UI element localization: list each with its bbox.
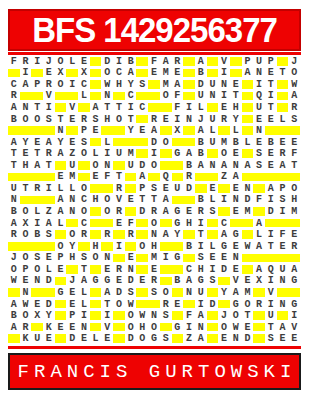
grid-cell: J	[43, 56, 55, 68]
grid-cell	[288, 218, 300, 230]
grid-cell	[253, 183, 265, 195]
grid-cell: S	[136, 79, 148, 91]
grid-cell: B	[195, 137, 207, 149]
grid-cell	[160, 322, 172, 334]
grid-cell: E	[265, 148, 277, 160]
grid-cell: V	[218, 56, 230, 68]
grid-cell: O	[160, 287, 172, 299]
grid-cell: R	[113, 264, 125, 276]
grid-cell: I	[31, 218, 43, 230]
grid-cell: E	[43, 68, 55, 80]
grid-cell: T	[230, 91, 242, 103]
grid-cell: E	[55, 264, 67, 276]
grid-cell: B	[8, 206, 20, 218]
grid-cell: H	[195, 264, 207, 276]
grid-cell: G	[55, 287, 67, 299]
grid-cell	[148, 79, 160, 91]
grid-cell: O	[113, 299, 125, 311]
grid-cell: A	[277, 322, 289, 334]
grid-cell: O	[288, 68, 300, 80]
grid-cell: E	[113, 276, 125, 288]
grid-cell	[90, 287, 102, 299]
grid-cell	[125, 137, 137, 149]
grid-cell	[31, 322, 43, 334]
grid-cell: E	[125, 195, 137, 207]
grid-cell: T	[20, 183, 32, 195]
grid-cell	[113, 333, 125, 345]
grid-cell: E	[207, 183, 219, 195]
grid-cell	[230, 218, 242, 230]
grid-cell: I	[160, 253, 172, 265]
grid-cell: G	[195, 276, 207, 288]
grid-cell: E	[66, 322, 78, 334]
grid-cell: O	[136, 241, 148, 253]
grid-cell: O	[55, 79, 67, 91]
grid-cell: O	[78, 148, 90, 160]
grid-cell: V	[43, 91, 55, 103]
grid-cell	[66, 264, 78, 276]
grid-cell: S	[43, 229, 55, 241]
grid-cell: O	[101, 206, 113, 218]
grid-cell: R	[101, 229, 113, 241]
grid-cell	[113, 137, 125, 149]
grid-cell: N	[8, 195, 20, 207]
grid-cell: T	[265, 102, 277, 114]
grid-cell: E	[230, 264, 242, 276]
grid-cell: E	[230, 241, 242, 253]
grid-cell: T	[265, 241, 277, 253]
grid-cell: N	[148, 310, 160, 322]
grid-cell	[172, 160, 184, 172]
grid-cell: L	[207, 195, 219, 207]
grid-cell	[207, 102, 219, 114]
grid-cell: C	[78, 79, 90, 91]
grid-cell	[78, 241, 90, 253]
grid-cell	[253, 287, 265, 299]
grid-cell: T	[101, 102, 113, 114]
grid-cell: I	[78, 310, 90, 322]
grid-cell: F	[183, 310, 195, 322]
book-cover: { "game": "word-search / crossword-fill …	[0, 0, 309, 400]
grid-cell	[31, 287, 43, 299]
grid-cell: E	[218, 333, 230, 345]
grid-cell	[90, 299, 102, 311]
grid-cell	[265, 172, 277, 184]
grid-bottom-rule	[8, 346, 301, 349]
grid-cell: S	[207, 276, 219, 288]
grid-cell: G	[172, 218, 184, 230]
grid-cell	[242, 229, 254, 241]
grid-cell: N	[148, 229, 160, 241]
grid-cell: N	[195, 322, 207, 334]
grid-cell: D	[183, 183, 195, 195]
grid-cell	[218, 299, 230, 311]
grid-cell: Y	[125, 125, 137, 137]
grid-cell	[160, 125, 172, 137]
grid-cell: G	[230, 229, 242, 241]
author-name: FRANCIS GURTOWSKI	[18, 361, 297, 383]
grid-cell: N	[31, 276, 43, 288]
grid-cell: A	[242, 160, 254, 172]
grid-cell: S	[195, 253, 207, 265]
grid-cell: H	[230, 102, 242, 114]
grid-cell	[183, 91, 195, 103]
grid-cell	[242, 148, 254, 160]
grid-cell: V	[66, 102, 78, 114]
grid-cell	[207, 218, 219, 230]
grid-cell: D	[101, 56, 113, 68]
grid-cell: S	[78, 137, 90, 149]
grid-cell	[253, 206, 265, 218]
grid-cell: H	[136, 322, 148, 334]
grid-cell: N	[277, 276, 289, 288]
grid-cell: L	[195, 102, 207, 114]
grid-cell: A	[183, 276, 195, 288]
grid-cell: R	[20, 322, 32, 334]
grid-cell: S	[125, 287, 137, 299]
grid-cell: B	[125, 56, 137, 68]
grid-cell: J	[195, 114, 207, 126]
grid-cell: A	[8, 137, 20, 149]
grid-cell: A	[8, 218, 20, 230]
grid-cell	[160, 160, 172, 172]
grid-cell: S	[43, 114, 55, 126]
puzzle-grid: FRIJOLEDIBFARAVPUPJIEXXOCAEMEBIANETOCAPR…	[8, 56, 300, 345]
grid-cell	[183, 125, 195, 137]
grid-cell: L	[78, 299, 90, 311]
grid-cell: Y	[55, 137, 67, 149]
grid-cell: F	[125, 218, 137, 230]
grid-cell: R	[148, 114, 160, 126]
grid-cell	[78, 172, 90, 184]
grid-cell: N	[230, 195, 242, 207]
grid-cell: T	[8, 160, 20, 172]
grid-cell: D	[136, 206, 148, 218]
grid-cell: E	[160, 183, 172, 195]
author-banner: FRANCIS GURTOWSKI	[8, 353, 301, 390]
grid-cell: E	[31, 299, 43, 311]
grid-cell	[172, 310, 184, 322]
grid-cell: A	[8, 322, 20, 334]
grid-cell: W	[20, 299, 32, 311]
grid-cell: N	[101, 91, 113, 103]
grid-cell: O	[160, 91, 172, 103]
grid-cell: L	[55, 183, 67, 195]
grid-cell: D	[265, 206, 277, 218]
grid-cell: E	[265, 114, 277, 126]
grid-cell: L	[66, 183, 78, 195]
grid-cell: I	[183, 102, 195, 114]
grid-cell	[8, 287, 20, 299]
grid-cell: A	[43, 218, 55, 230]
grid-cell: Z	[218, 172, 230, 184]
grid-cell: P	[31, 79, 43, 91]
grid-cell: R	[31, 183, 43, 195]
grid-cell	[136, 218, 148, 230]
grid-cell: B	[183, 160, 195, 172]
grid-cell: O	[8, 264, 20, 276]
grid-cell	[207, 68, 219, 80]
grid-cell: N	[66, 206, 78, 218]
grid-cell	[207, 56, 219, 68]
grid-cell: G	[288, 299, 300, 311]
grid-cell	[172, 333, 184, 345]
grid-cell	[218, 183, 230, 195]
grid-cell: O	[55, 241, 67, 253]
grid-cell	[253, 333, 265, 345]
grid-cell	[8, 241, 20, 253]
grid-cell: X	[172, 125, 184, 137]
grid-cell: L	[253, 229, 265, 241]
grid-cell: A	[172, 79, 184, 91]
grid-cell: W	[136, 310, 148, 322]
grid-cell: A	[195, 125, 207, 137]
grid-cell: D	[136, 160, 148, 172]
grid-cell	[160, 102, 172, 114]
grid-cell	[148, 102, 160, 114]
grid-cell: K	[20, 333, 32, 345]
grid-cell	[113, 125, 125, 137]
grid-cell: T	[101, 299, 113, 311]
grid-cell: N	[66, 195, 78, 207]
grid-cell	[207, 310, 219, 322]
grid-cell	[242, 264, 254, 276]
grid-cell: H	[183, 218, 195, 230]
grid-cell: R	[113, 183, 125, 195]
grid-cell: O	[78, 183, 90, 195]
grid-cell	[242, 172, 254, 184]
grid-cell	[242, 253, 254, 265]
grid-cell: T	[288, 160, 300, 172]
grid-cell	[183, 229, 195, 241]
grid-cell: L	[207, 125, 219, 137]
grid-cell: U	[207, 137, 219, 149]
grid-cell: Y	[230, 114, 242, 126]
grid-cell	[8, 125, 20, 137]
grid-cell	[20, 172, 32, 184]
grid-cell: I	[265, 195, 277, 207]
grid-cell: Z	[66, 148, 78, 160]
grid-cell	[31, 195, 43, 207]
grid-cell	[90, 91, 102, 103]
grid-cell: G	[172, 206, 184, 218]
grid-cell	[172, 137, 184, 149]
grid-cell: I	[31, 56, 43, 68]
grid-cell	[230, 68, 242, 80]
grid-cell: U	[113, 148, 125, 160]
grid-cell: E	[31, 137, 43, 149]
grid-cell: A	[136, 172, 148, 184]
grid-cell	[113, 91, 125, 103]
grid-cell: A	[90, 102, 102, 114]
grid-cell	[90, 137, 102, 149]
grid-cell: G	[172, 322, 184, 334]
grid-cell: N	[101, 253, 113, 265]
grid-cell	[172, 195, 184, 207]
grid-cell: A	[218, 160, 230, 172]
grid-cell: A	[160, 229, 172, 241]
grid-cell: N	[230, 160, 242, 172]
grid-cell: D	[113, 287, 125, 299]
grid-cell: S	[253, 160, 265, 172]
grid-cell: O	[31, 264, 43, 276]
grid-cell: F	[277, 229, 289, 241]
grid-cell	[207, 287, 219, 299]
grid-cell: N	[20, 102, 32, 114]
grid-cell	[125, 206, 137, 218]
grid-cell: I	[195, 241, 207, 253]
grid-cell: E	[265, 160, 277, 172]
grid-cell: R	[288, 241, 300, 253]
grid-cell: U	[253, 102, 265, 114]
grid-cell: E	[90, 125, 102, 137]
grid-cell: I	[172, 114, 184, 126]
grid-cell: O	[125, 322, 137, 334]
grid-cell: D	[125, 333, 137, 345]
grid-cell: O	[90, 160, 102, 172]
grid-cell: E	[66, 137, 78, 149]
grid-cell: U	[172, 183, 184, 195]
grid-cell: E	[148, 68, 160, 80]
grid-cell: E	[78, 333, 90, 345]
grid-cell: A	[160, 195, 172, 207]
grid-cell: U	[265, 310, 277, 322]
grid-cell: I	[288, 310, 300, 322]
grid-cell: R	[8, 229, 20, 241]
grid-cell: E	[136, 125, 148, 137]
grid-cell	[55, 229, 67, 241]
grid-cell: A	[288, 264, 300, 276]
grid-cell: X	[55, 68, 67, 80]
grid-cell: V	[230, 276, 242, 288]
grid-cell: I	[253, 79, 265, 91]
grid-cell: G	[101, 276, 113, 288]
grid-cell: Y	[20, 137, 32, 149]
grid-cell	[183, 79, 195, 91]
grid-cell: O	[230, 310, 242, 322]
grid-cell: B	[195, 68, 207, 80]
grid-cell: O	[101, 68, 113, 80]
grid-cell: L	[242, 137, 254, 149]
grid-cell	[55, 276, 67, 288]
grid-cell	[136, 137, 148, 149]
grid-cell	[55, 91, 67, 103]
grid-cell	[172, 264, 184, 276]
grid-cell: T	[78, 264, 90, 276]
grid-cell: Q	[253, 91, 265, 103]
grid-cell: E	[288, 333, 300, 345]
grid-cell: A	[195, 56, 207, 68]
grid-cell: I	[277, 206, 289, 218]
grid-cell: O	[20, 310, 32, 322]
grid-cell: A	[242, 68, 254, 80]
grid-cell: E	[113, 218, 125, 230]
grid-cell: F	[101, 172, 113, 184]
grid-cell: O	[148, 322, 160, 334]
grid-cell: E	[43, 333, 55, 345]
grid-cell: S	[148, 183, 160, 195]
grid-top-rule	[8, 52, 301, 55]
grid-cell: O	[55, 56, 67, 68]
grid-cell	[277, 310, 289, 322]
grid-cell: M	[160, 79, 172, 91]
grid-cell: E	[90, 172, 102, 184]
grid-cell: E	[101, 333, 113, 345]
grid-cell	[242, 91, 254, 103]
grid-cell: A	[277, 160, 289, 172]
grid-cell: U	[207, 114, 219, 126]
grid-cell: G	[172, 148, 184, 160]
grid-cell: E	[20, 148, 32, 160]
grid-cell: E	[218, 102, 230, 114]
grid-cell: U	[66, 160, 78, 172]
grid-cell	[218, 276, 230, 288]
grid-cell: M	[288, 206, 300, 218]
grid-cell	[136, 56, 148, 68]
grid-cell: B	[31, 229, 43, 241]
grid-cell: O	[20, 114, 32, 126]
grid-cell: V	[113, 195, 125, 207]
grid-cell: N	[20, 287, 32, 299]
grid-cell: M	[242, 206, 254, 218]
grid-cell: G	[172, 253, 184, 265]
grid-cell: H	[288, 195, 300, 207]
grid-cell: E	[66, 114, 78, 126]
grid-cell: T	[31, 148, 43, 160]
grid-cell: G	[148, 333, 160, 345]
grid-cell: E	[172, 68, 184, 80]
grid-cell: N	[242, 183, 254, 195]
grid-cell: R	[20, 56, 32, 68]
grid-cell: O	[288, 183, 300, 195]
grid-cell: E	[230, 79, 242, 91]
grid-cell: O	[20, 229, 32, 241]
grid-cell: E	[230, 206, 242, 218]
grid-cell: C	[113, 68, 125, 80]
grid-cell: P	[55, 253, 67, 265]
grid-cell: O	[148, 160, 160, 172]
grid-cell: W	[101, 79, 113, 91]
grid-cell: M	[66, 172, 78, 184]
grid-cell: C	[218, 218, 230, 230]
grid-cell: O	[113, 114, 125, 126]
grid-cell	[90, 56, 102, 68]
grid-cell	[207, 333, 219, 345]
grid-cell	[31, 172, 43, 184]
grid-cell: N	[78, 322, 90, 334]
grid-cell: U	[195, 91, 207, 103]
grid-cell	[90, 229, 102, 241]
grid-cell	[31, 91, 43, 103]
grid-cell: N	[55, 125, 67, 137]
grid-cell: J	[66, 276, 78, 288]
grid-cell: E	[20, 276, 32, 288]
grid-cell: I	[207, 264, 219, 276]
grid-cell: B	[265, 137, 277, 149]
grid-cell	[20, 195, 32, 207]
grid-cell: G	[90, 276, 102, 288]
grid-cell: U	[8, 183, 20, 195]
grid-cell: R	[43, 79, 55, 91]
grid-cell	[288, 125, 300, 137]
grid-cell: S	[207, 206, 219, 218]
grid-cell	[55, 333, 67, 345]
grid-cell	[125, 241, 137, 253]
grid-cell: N	[253, 68, 265, 80]
grid-cell: C	[78, 195, 90, 207]
grid-cell: E	[160, 114, 172, 126]
grid-cell	[136, 264, 148, 276]
